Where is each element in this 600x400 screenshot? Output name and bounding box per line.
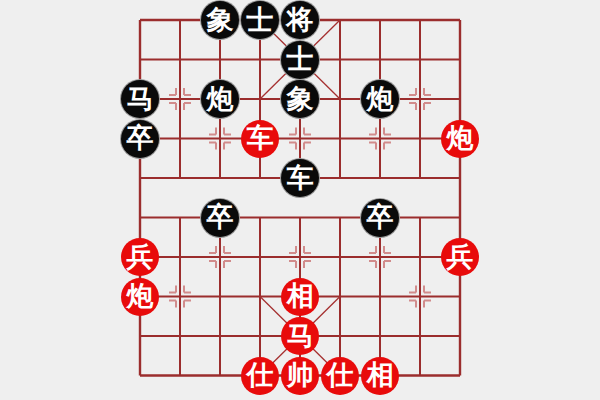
black-soldier[interactable]: 卒 (201, 199, 239, 237)
black-horse[interactable]: 马 (121, 80, 159, 118)
red-cannon[interactable]: 炮 (121, 278, 159, 316)
black-soldier[interactable]: 卒 (361, 199, 399, 237)
black-cannon[interactable]: 炮 (201, 80, 239, 118)
red-soldier[interactable]: 兵 (121, 238, 159, 276)
black-advisor[interactable]: 士 (241, 1, 279, 39)
red-elephant[interactable]: 相 (361, 357, 399, 395)
red-horse[interactable]: 马 (281, 317, 319, 355)
black-elephant[interactable]: 象 (201, 1, 239, 39)
red-advisor[interactable]: 仕 (321, 357, 359, 395)
red-soldier[interactable]: 兵 (441, 238, 479, 276)
red-advisor[interactable]: 仕 (241, 357, 279, 395)
black-soldier[interactable]: 卒 (121, 120, 159, 158)
black-advisor[interactable]: 士 (281, 41, 319, 79)
red-general[interactable]: 帅 (281, 357, 319, 395)
xiangqi-board[interactable]: 象士将士马炮象炮卒车炮车卒卒兵兵炮相马仕帅仕相 (120, 0, 480, 395)
red-cannon[interactable]: 炮 (441, 120, 479, 158)
black-cannon[interactable]: 炮 (361, 80, 399, 118)
xiangqi-app: 象士将士马炮象炮卒车炮车卒卒兵兵炮相马仕帅仕相 (0, 0, 600, 400)
black-general[interactable]: 将 (281, 1, 319, 39)
red-elephant[interactable]: 相 (281, 278, 319, 316)
red-chariot[interactable]: 车 (241, 120, 279, 158)
black-elephant[interactable]: 象 (281, 80, 319, 118)
black-chariot[interactable]: 车 (281, 159, 319, 197)
